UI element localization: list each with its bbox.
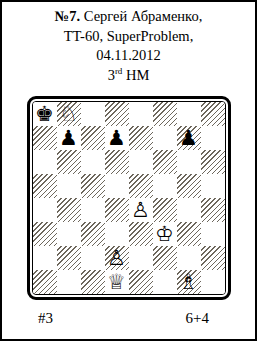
square-e5	[129, 174, 153, 198]
square-f3: ♔	[153, 222, 177, 246]
header-line-author: №7. Сергей Абраменко,	[8, 7, 249, 27]
problem-header: №7. Сергей Абраменко, TT-60, SuperProble…	[2, 2, 255, 85]
square-e8	[129, 102, 153, 126]
header-line-tourney: TT-60, SuperProblem,	[8, 27, 249, 47]
square-a1	[33, 270, 57, 294]
square-d6	[105, 150, 129, 174]
square-b5	[57, 174, 81, 198]
piece-black-pawn: ♟	[179, 128, 198, 149]
square-f7	[153, 126, 177, 150]
square-b3	[57, 222, 81, 246]
square-a2	[33, 246, 57, 270]
piece-black-pawn: ♟	[107, 128, 126, 149]
square-c7	[81, 126, 105, 150]
piece-black-king: ♚	[35, 104, 54, 125]
chess-board: ♚♘♟♟♟♙♔♙♕♗	[33, 102, 225, 294]
square-d4	[105, 198, 129, 222]
award-type: HM	[122, 67, 149, 83]
square-g1: ♗	[177, 270, 201, 294]
square-f8	[153, 102, 177, 126]
square-g6	[177, 150, 201, 174]
square-e2	[129, 246, 153, 270]
square-c5	[81, 174, 105, 198]
square-f6	[153, 150, 177, 174]
square-e3	[129, 222, 153, 246]
square-h2	[201, 246, 225, 270]
square-e4: ♙	[129, 198, 153, 222]
square-f1	[153, 270, 177, 294]
square-h7	[201, 126, 225, 150]
board-inner-border: ♚♘♟♟♟♙♔♙♕♗	[32, 101, 226, 295]
square-g8	[177, 102, 201, 126]
square-h6	[201, 150, 225, 174]
square-b8: ♘	[57, 102, 81, 126]
piece-white-bishop: ♗	[179, 272, 198, 293]
square-d1: ♕	[105, 270, 129, 294]
piece-black-pawn: ♟	[59, 128, 78, 149]
square-b6	[57, 150, 81, 174]
piece-white-king: ♔	[155, 224, 174, 245]
square-b2	[57, 246, 81, 270]
square-a8: ♚	[33, 102, 57, 126]
square-g7: ♟	[177, 126, 201, 150]
piece-white-knight: ♘	[59, 104, 78, 125]
piece-white-pawn: ♙	[131, 200, 150, 221]
author-name: Сергей Абраменко,	[80, 8, 202, 24]
square-d5	[105, 174, 129, 198]
square-c3	[81, 222, 105, 246]
square-e7	[129, 126, 153, 150]
square-g4	[177, 198, 201, 222]
stipulation-label: #3	[38, 309, 53, 328]
square-g2	[177, 246, 201, 270]
square-h8	[201, 102, 225, 126]
square-f5	[153, 174, 177, 198]
square-c4	[81, 198, 105, 222]
square-c6	[81, 150, 105, 174]
square-d3	[105, 222, 129, 246]
square-b7: ♟	[57, 126, 81, 150]
header-line-date: 04.11.2012	[8, 46, 249, 66]
square-a5	[33, 174, 57, 198]
square-f4	[153, 198, 177, 222]
piece-white-queen: ♕	[107, 272, 126, 293]
material-count-label: 6+4	[186, 309, 209, 328]
square-h1	[201, 270, 225, 294]
square-c1	[81, 270, 105, 294]
square-a6	[33, 150, 57, 174]
problem-number: №7.	[55, 8, 80, 24]
square-a3	[33, 222, 57, 246]
square-e6	[129, 150, 153, 174]
square-h4	[201, 198, 225, 222]
square-h3	[201, 222, 225, 246]
award-number: 3	[108, 67, 115, 83]
header-line-award: 3rd HM	[8, 66, 249, 86]
square-e1	[129, 270, 153, 294]
square-g3	[177, 222, 201, 246]
caption-row: #3 6+4	[2, 309, 255, 328]
square-a7	[33, 126, 57, 150]
square-f2	[153, 246, 177, 270]
problem-card: №7. Сергей Абраменко, TT-60, SuperProble…	[0, 0, 257, 341]
board-frame: ♚♘♟♟♟♙♔♙♕♗	[27, 96, 231, 300]
square-b1	[57, 270, 81, 294]
square-d7: ♟	[105, 126, 129, 150]
square-a4	[33, 198, 57, 222]
square-b4	[57, 198, 81, 222]
square-c2	[81, 246, 105, 270]
square-c8	[81, 102, 105, 126]
piece-white-pawn: ♙	[107, 248, 126, 269]
square-d2: ♙	[105, 246, 129, 270]
square-h5	[201, 174, 225, 198]
square-g5	[177, 174, 201, 198]
square-d8	[105, 102, 129, 126]
